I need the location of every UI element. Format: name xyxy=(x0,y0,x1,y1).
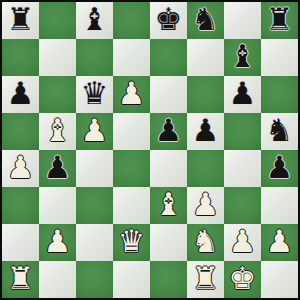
square-b4[interactable]: ♟ xyxy=(39,150,76,187)
square-e7[interactable] xyxy=(150,39,187,76)
black-pawn[interactable]: ♟ xyxy=(192,115,220,146)
square-g1[interactable]: ♚ xyxy=(224,261,261,298)
square-h5[interactable]: ♞ xyxy=(261,113,298,150)
square-c8[interactable]: ♝ xyxy=(76,2,113,39)
square-f6[interactable] xyxy=(187,76,224,113)
black-bishop[interactable]: ♝ xyxy=(81,4,109,35)
square-c2[interactable] xyxy=(76,224,113,261)
black-pawn[interactable]: ♟ xyxy=(266,152,294,183)
square-d1[interactable] xyxy=(113,261,150,298)
square-g8[interactable] xyxy=(224,2,261,39)
square-c6[interactable]: ♛ xyxy=(76,76,113,113)
white-pawn[interactable]: ♟ xyxy=(192,189,220,220)
square-b1[interactable] xyxy=(39,261,76,298)
square-c4[interactable] xyxy=(76,150,113,187)
square-d2[interactable]: ♛ xyxy=(113,224,150,261)
square-b6[interactable] xyxy=(39,76,76,113)
square-a7[interactable] xyxy=(2,39,39,76)
white-pawn[interactable]: ♟ xyxy=(229,226,257,257)
white-queen[interactable]: ♛ xyxy=(118,226,146,257)
square-d6[interactable]: ♟ xyxy=(113,76,150,113)
square-d4[interactable] xyxy=(113,150,150,187)
square-e6[interactable] xyxy=(150,76,187,113)
square-d3[interactable] xyxy=(113,187,150,224)
square-e8[interactable]: ♚ xyxy=(150,2,187,39)
square-d7[interactable] xyxy=(113,39,150,76)
square-f2[interactable]: ♞ xyxy=(187,224,224,261)
black-rook[interactable]: ♜ xyxy=(266,4,294,35)
square-a8[interactable]: ♜ xyxy=(2,2,39,39)
square-f8[interactable]: ♞ xyxy=(187,2,224,39)
white-king[interactable]: ♚ xyxy=(229,263,257,294)
square-b3[interactable] xyxy=(39,187,76,224)
white-pawn[interactable]: ♟ xyxy=(7,152,35,183)
square-a5[interactable] xyxy=(2,113,39,150)
square-a1[interactable]: ♜ xyxy=(2,261,39,298)
square-e1[interactable] xyxy=(150,261,187,298)
square-b8[interactable] xyxy=(39,2,76,39)
square-f1[interactable]: ♜ xyxy=(187,261,224,298)
white-rook[interactable]: ♜ xyxy=(7,263,35,294)
black-knight[interactable]: ♞ xyxy=(266,115,294,146)
black-queen[interactable]: ♛ xyxy=(81,78,109,109)
black-pawn[interactable]: ♟ xyxy=(7,78,35,109)
square-e3[interactable]: ♝ xyxy=(150,187,187,224)
black-pawn[interactable]: ♟ xyxy=(229,78,257,109)
black-pawn[interactable]: ♟ xyxy=(44,152,72,183)
square-a4[interactable]: ♟ xyxy=(2,150,39,187)
square-h3[interactable] xyxy=(261,187,298,224)
square-e2[interactable] xyxy=(150,224,187,261)
white-pawn[interactable]: ♟ xyxy=(81,115,109,146)
square-f3[interactable]: ♟ xyxy=(187,187,224,224)
black-rook[interactable]: ♜ xyxy=(7,4,35,35)
square-c7[interactable] xyxy=(76,39,113,76)
square-g4[interactable] xyxy=(224,150,261,187)
square-a3[interactable] xyxy=(2,187,39,224)
square-e5[interactable]: ♟ xyxy=(150,113,187,150)
white-pawn[interactable]: ♟ xyxy=(44,226,72,257)
square-h1[interactable] xyxy=(261,261,298,298)
square-g5[interactable] xyxy=(224,113,261,150)
black-bishop[interactable]: ♝ xyxy=(229,41,257,72)
square-h4[interactable]: ♟ xyxy=(261,150,298,187)
black-knight[interactable]: ♞ xyxy=(192,4,220,35)
square-h6[interactable] xyxy=(261,76,298,113)
square-d8[interactable] xyxy=(113,2,150,39)
square-c1[interactable] xyxy=(76,261,113,298)
square-b5[interactable]: ♝ xyxy=(39,113,76,150)
square-d5[interactable] xyxy=(113,113,150,150)
square-h7[interactable] xyxy=(261,39,298,76)
square-g6[interactable]: ♟ xyxy=(224,76,261,113)
square-c5[interactable]: ♟ xyxy=(76,113,113,150)
white-bishop[interactable]: ♝ xyxy=(44,115,72,146)
square-f4[interactable] xyxy=(187,150,224,187)
white-rook[interactable]: ♜ xyxy=(192,263,220,294)
white-knight[interactable]: ♞ xyxy=(192,226,220,257)
square-h8[interactable]: ♜ xyxy=(261,2,298,39)
square-h2[interactable]: ♟ xyxy=(261,224,298,261)
square-g7[interactable]: ♝ xyxy=(224,39,261,76)
square-c3[interactable] xyxy=(76,187,113,224)
square-b7[interactable] xyxy=(39,39,76,76)
black-pawn[interactable]: ♟ xyxy=(155,115,183,146)
white-pawn[interactable]: ♟ xyxy=(266,226,294,257)
square-g2[interactable]: ♟ xyxy=(224,224,261,261)
square-b2[interactable]: ♟ xyxy=(39,224,76,261)
white-bishop[interactable]: ♝ xyxy=(155,189,183,220)
square-f5[interactable]: ♟ xyxy=(187,113,224,150)
square-e4[interactable] xyxy=(150,150,187,187)
square-a6[interactable]: ♟ xyxy=(2,76,39,113)
white-pawn[interactable]: ♟ xyxy=(118,78,146,109)
square-f7[interactable] xyxy=(187,39,224,76)
black-king[interactable]: ♚ xyxy=(155,4,183,35)
square-a2[interactable] xyxy=(2,224,39,261)
square-g3[interactable] xyxy=(224,187,261,224)
chess-board: ♜♝♚♞♜♝♟♛♟♟♝♟♟♟♞♟♟♟♝♟♟♛♞♟♟♜♜♚ xyxy=(0,0,300,300)
